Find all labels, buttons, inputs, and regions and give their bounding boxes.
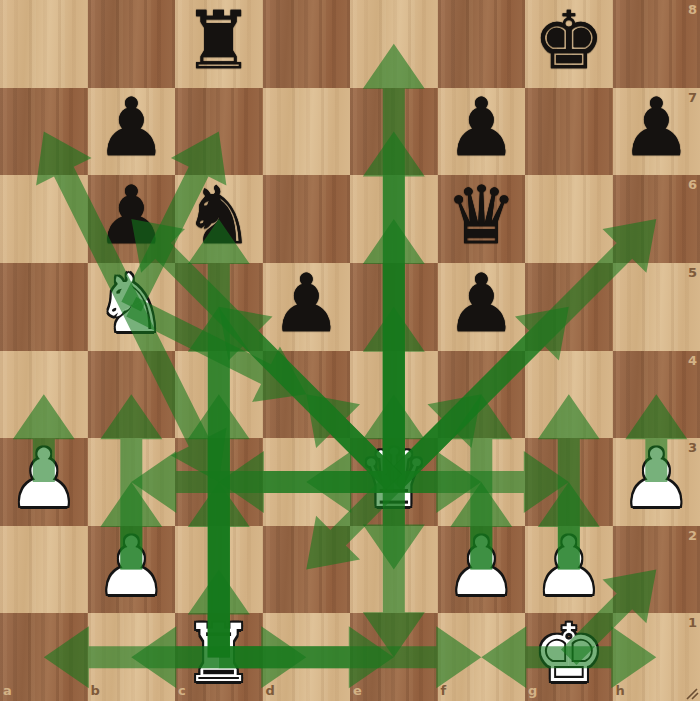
square-b4[interactable]	[88, 351, 176, 439]
piece-black-pawn-b6[interactable]: ♟	[88, 172, 176, 260]
piece-white-knight-b5[interactable]: ♞	[88, 260, 176, 348]
square-g4[interactable]	[525, 351, 613, 439]
square-d4[interactable]	[263, 351, 351, 439]
square-a4[interactable]	[0, 351, 88, 439]
square-a8[interactable]	[0, 0, 88, 88]
piece-black-pawn-f7[interactable]: ♟	[438, 85, 526, 173]
square-e4[interactable]	[350, 351, 438, 439]
rank-label-4: 4	[688, 354, 697, 368]
square-d3[interactable]	[263, 438, 351, 526]
piece-black-pawn-d5[interactable]: ♟	[263, 260, 351, 348]
piece-white-pawn-a3[interactable]: ♟	[0, 435, 88, 523]
chess-board: abcdefgh12345678♜♚♟♟♟♟♞♛♞♟♟♟♛♟♟♟♟♜♚	[0, 0, 700, 701]
piece-white-king-g1[interactable]: ♚	[525, 610, 613, 698]
square-d7[interactable]	[263, 88, 351, 176]
piece-black-rook-c8[interactable]: ♜	[175, 0, 263, 85]
rank-label-8: 8	[688, 3, 697, 17]
piece-black-pawn-f5[interactable]: ♟	[438, 260, 526, 348]
square-b3[interactable]	[88, 438, 176, 526]
square-g6[interactable]	[525, 175, 613, 263]
file-label-a: a	[3, 684, 12, 698]
square-e1[interactable]	[350, 613, 438, 701]
square-d6[interactable]	[263, 175, 351, 263]
square-d2[interactable]	[263, 526, 351, 614]
file-label-b: b	[91, 684, 100, 698]
square-e5[interactable]	[350, 263, 438, 351]
square-d1[interactable]	[263, 613, 351, 701]
square-e7[interactable]	[350, 88, 438, 176]
square-h2[interactable]	[613, 526, 700, 614]
square-f8[interactable]	[438, 0, 526, 88]
square-a1[interactable]	[0, 613, 88, 701]
square-h4[interactable]	[613, 351, 700, 439]
square-a2[interactable]	[0, 526, 88, 614]
square-c4[interactable]	[175, 351, 263, 439]
square-a5[interactable]	[0, 263, 88, 351]
square-f4[interactable]	[438, 351, 526, 439]
square-c3[interactable]	[175, 438, 263, 526]
corner-scribble-icon	[686, 687, 699, 700]
chess-board-screenshot: abcdefgh12345678♜♚♟♟♟♟♞♛♞♟♟♟♛♟♟♟♟♜♚	[0, 0, 700, 701]
piece-white-pawn-h3[interactable]: ♟	[613, 435, 700, 523]
square-e2[interactable]	[350, 526, 438, 614]
piece-black-queen-f6[interactable]: ♛	[438, 172, 526, 260]
square-g3[interactable]	[525, 438, 613, 526]
piece-black-knight-c6[interactable]: ♞	[175, 172, 263, 260]
square-g7[interactable]	[525, 88, 613, 176]
rank-label-6: 6	[688, 178, 697, 192]
file-label-e: e	[353, 684, 362, 698]
square-b1[interactable]	[88, 613, 176, 701]
file-label-d: d	[266, 684, 275, 698]
file-label-f: f	[441, 684, 447, 698]
square-b8[interactable]	[88, 0, 176, 88]
piece-black-pawn-h7[interactable]: ♟	[613, 85, 700, 173]
square-f1[interactable]	[438, 613, 526, 701]
square-e8[interactable]	[350, 0, 438, 88]
square-a7[interactable]	[0, 88, 88, 176]
square-a6[interactable]	[0, 175, 88, 263]
square-g5[interactable]	[525, 263, 613, 351]
square-f3[interactable]	[438, 438, 526, 526]
piece-white-pawn-g2[interactable]: ♟	[525, 523, 613, 611]
square-h8[interactable]	[613, 0, 700, 88]
square-e6[interactable]	[350, 175, 438, 263]
piece-white-queen-e3[interactable]: ♛	[350, 435, 438, 523]
rank-label-5: 5	[688, 266, 697, 280]
square-c7[interactable]	[175, 88, 263, 176]
file-label-h: h	[616, 684, 625, 698]
square-d8[interactable]	[263, 0, 351, 88]
square-c2[interactable]	[175, 526, 263, 614]
corner-scribble-stroke	[687, 689, 698, 699]
piece-black-king-g8[interactable]: ♚	[525, 0, 613, 85]
rank-label-2: 2	[688, 529, 697, 543]
square-c5[interactable]	[175, 263, 263, 351]
piece-white-rook-c1[interactable]: ♜	[175, 610, 263, 698]
piece-white-pawn-b2[interactable]: ♟	[88, 523, 176, 611]
piece-black-pawn-b7[interactable]: ♟	[88, 85, 176, 173]
square-h5[interactable]	[613, 263, 700, 351]
piece-white-pawn-f2[interactable]: ♟	[438, 523, 526, 611]
square-h6[interactable]	[613, 175, 700, 263]
rank-label-1: 1	[688, 616, 697, 630]
